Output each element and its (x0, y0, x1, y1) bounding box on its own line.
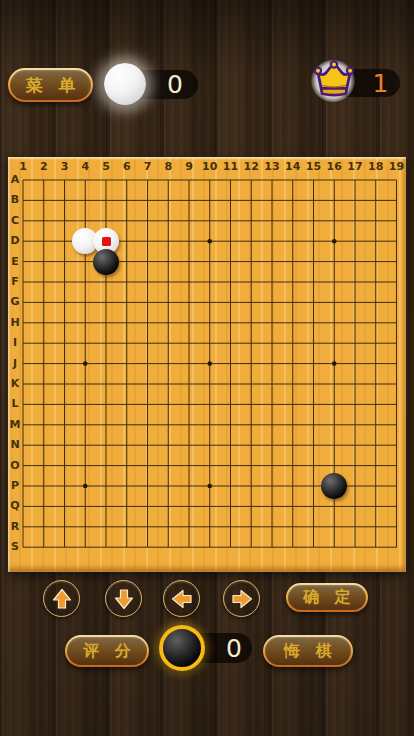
row-label: S (8, 539, 22, 555)
col-label: 12 (241, 159, 261, 175)
row-label: D (8, 233, 22, 249)
row-label: K (8, 376, 22, 392)
col-label: 16 (324, 159, 344, 175)
row-label: H (8, 315, 22, 331)
row-label: O (8, 458, 22, 474)
star-point (207, 361, 212, 366)
menu-button[interactable]: 菜 单 (8, 68, 93, 102)
star-point (207, 239, 212, 244)
go-app-screen: 菜 单 0 1 12345678910111213141516171819ABC… (0, 0, 414, 736)
star-point (83, 484, 88, 489)
col-label: 18 (366, 159, 386, 175)
col-label: 11 (221, 159, 241, 175)
col-label: 7 (138, 159, 158, 175)
row-label: L (8, 396, 22, 412)
row-label: B (8, 192, 22, 208)
col-label: 10 (200, 159, 220, 175)
col-label: 19 (387, 159, 407, 175)
col-label: 6 (117, 159, 137, 175)
arrow-right-icon (230, 587, 254, 611)
black-stone-turn-indicator (159, 625, 205, 671)
col-label: 13 (262, 159, 282, 175)
row-label: F (8, 274, 22, 290)
arrow-up-icon (50, 587, 74, 611)
col-label: 2 (34, 159, 54, 175)
arrow-up-button[interactable] (43, 580, 80, 617)
col-label: 9 (179, 159, 199, 175)
row-label: J (8, 356, 22, 372)
star-point (332, 361, 337, 366)
col-label: 14 (283, 159, 303, 175)
row-label: R (8, 519, 22, 535)
row-label: G (8, 294, 22, 310)
score-button[interactable]: 评 分 (65, 635, 149, 667)
undo-button[interactable]: 悔 棋 (263, 635, 353, 667)
col-label: 17 (345, 159, 365, 175)
row-label: E (8, 254, 22, 270)
row-label: N (8, 437, 22, 453)
confirm-button[interactable]: 确 定 (286, 583, 368, 612)
arrow-right-button[interactable] (223, 580, 260, 617)
star-point (332, 239, 337, 244)
arrow-left-icon (170, 587, 194, 611)
row-label: Q (8, 498, 22, 514)
col-label: 5 (96, 159, 116, 175)
arrow-down-icon (112, 587, 136, 611)
row-label: I (8, 335, 22, 351)
crown-icon (312, 59, 356, 101)
col-label: 15 (304, 159, 324, 175)
star-point (207, 484, 212, 489)
last-move-marker (102, 237, 111, 246)
go-board[interactable]: 12345678910111213141516171819ABCDEFGHIJK… (8, 157, 406, 572)
star-point (83, 361, 88, 366)
col-label: 4 (75, 159, 95, 175)
stone-black (93, 249, 119, 275)
white-stone-icon (104, 63, 146, 105)
col-label: 3 (55, 159, 75, 175)
row-label: M (8, 417, 22, 433)
row-label: A (8, 172, 22, 188)
row-label: P (8, 478, 22, 494)
arrow-left-button[interactable] (163, 580, 200, 617)
row-label: C (8, 213, 22, 229)
col-label: 8 (158, 159, 178, 175)
grid-lines (8, 157, 406, 572)
arrow-down-button[interactable] (105, 580, 142, 617)
